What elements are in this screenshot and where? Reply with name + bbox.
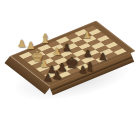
piece-black-pawn-c3: ♟ [54,62,70,73]
piece-white-pawn-c7: ♟ [23,41,39,51]
piece-black-pawn-f1: ♟ [95,52,111,62]
piece-white-pawn-b5: ♟ [36,59,52,69]
piece-black-pawn-b4: ♟ [44,65,60,75]
piece-black-bishop-e1: ♝ [82,61,98,73]
piece-black-pawn-e6: ♟ [59,43,75,53]
piece-black-pawn-b2: ♟ [49,70,65,81]
piece-black-pawn-a2: ♟ [40,73,56,83]
piece-white-pawn-g7: ♟ [79,31,95,40]
piece-white-bishop-d8: ♝ [37,32,53,45]
piece-white-pawn-d6: ♟ [49,47,65,57]
piece-black-king-d3: ♚ [64,56,80,71]
piece-black-pawn-e3: ♟ [80,49,96,59]
product-photo: ♝♟♟♚♟♟♟♟♟♟♟♟♚♟♝♟♟ [0,0,140,140]
piece-black-pawn-d1: ♟ [75,65,91,75]
piece-layer: ♝♟♟♚♟♟♟♟♟♟♟♟♚♟♝♟♟ [0,0,140,140]
piece-white-pawn-b7: ♟ [14,39,30,49]
piece-white-king-b6: ♚ [29,49,45,63]
